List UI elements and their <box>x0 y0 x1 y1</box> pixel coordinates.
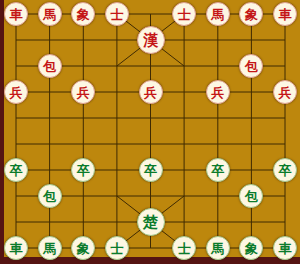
piece-cho-soldier[interactable]: 卒 <box>139 158 163 182</box>
piece-han-chariot[interactable]: 車 <box>273 2 297 26</box>
piece-cho-horse[interactable]: 馬 <box>38 236 62 260</box>
piece-han-horse[interactable]: 馬 <box>206 2 230 26</box>
piece-han-guard[interactable]: 士 <box>105 2 129 26</box>
piece-cho-guard[interactable]: 士 <box>172 236 196 260</box>
piece-cho-king[interactable]: 楚 <box>137 208 165 236</box>
piece-cho-elephant[interactable]: 象 <box>71 236 95 260</box>
piece-cho-elephant[interactable]: 象 <box>239 236 263 260</box>
piece-han-cannon[interactable]: 包 <box>239 54 263 78</box>
piece-han-guard[interactable]: 士 <box>172 2 196 26</box>
piece-han-king[interactable]: 漢 <box>137 26 165 54</box>
piece-cho-soldier[interactable]: 卒 <box>71 158 95 182</box>
piece-han-chariot[interactable]: 車 <box>4 2 28 26</box>
piece-han-soldier[interactable]: 兵 <box>206 80 230 104</box>
piece-han-soldier[interactable]: 兵 <box>4 80 28 104</box>
piece-han-elephant[interactable]: 象 <box>239 2 263 26</box>
janggi-board: 車馬象士士馬象車漢包包兵兵兵兵兵卒卒卒卒卒包包楚車馬象士士馬象車 <box>0 0 300 264</box>
piece-cho-cannon[interactable]: 包 <box>239 184 263 208</box>
piece-han-soldier[interactable]: 兵 <box>71 80 95 104</box>
piece-han-elephant[interactable]: 象 <box>71 2 95 26</box>
piece-cho-guard[interactable]: 士 <box>105 236 129 260</box>
piece-han-cannon[interactable]: 包 <box>38 54 62 78</box>
piece-cho-cannon[interactable]: 包 <box>38 184 62 208</box>
piece-han-horse[interactable]: 馬 <box>38 2 62 26</box>
piece-cho-chariot[interactable]: 車 <box>4 236 28 260</box>
piece-cho-chariot[interactable]: 車 <box>273 236 297 260</box>
piece-cho-horse[interactable]: 馬 <box>206 236 230 260</box>
piece-han-soldier[interactable]: 兵 <box>139 80 163 104</box>
piece-cho-soldier[interactable]: 卒 <box>206 158 230 182</box>
piece-cho-soldier[interactable]: 卒 <box>4 158 28 182</box>
piece-han-soldier[interactable]: 兵 <box>273 80 297 104</box>
piece-cho-soldier[interactable]: 卒 <box>273 158 297 182</box>
board-edge-trim-left <box>0 0 4 264</box>
